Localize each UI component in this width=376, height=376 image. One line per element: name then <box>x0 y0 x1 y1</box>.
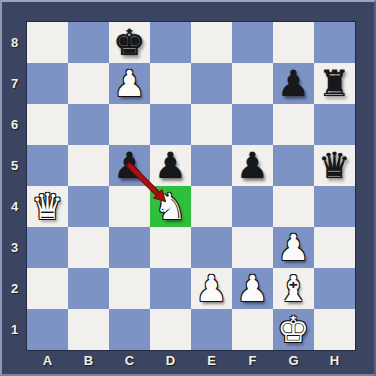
square-c8[interactable]: ♚ <box>109 22 150 63</box>
chess-board-frame: 87654321 ABCDEFGH ♚♟♟♜♟♟♟♛♛♞♟♟♟♝♚ <box>0 0 376 376</box>
square-e2[interactable]: ♟ <box>191 268 232 309</box>
rank-label-3: 3 <box>2 227 27 268</box>
piece-white-pawn[interactable]: ♟ <box>277 227 309 268</box>
square-h5[interactable]: ♛ <box>314 145 355 186</box>
square-h8[interactable] <box>314 22 355 63</box>
square-f2[interactable]: ♟ <box>232 268 273 309</box>
square-b1[interactable] <box>68 309 109 350</box>
file-label-a: A <box>27 350 68 374</box>
square-b8[interactable] <box>68 22 109 63</box>
rank-label-6: 6 <box>2 104 27 145</box>
square-b2[interactable] <box>68 268 109 309</box>
square-c7[interactable]: ♟ <box>109 63 150 104</box>
square-b4[interactable] <box>68 186 109 227</box>
square-g6[interactable] <box>273 104 314 145</box>
square-h3[interactable] <box>314 227 355 268</box>
file-label-e: E <box>191 350 232 374</box>
square-c1[interactable] <box>109 309 150 350</box>
square-d6[interactable] <box>150 104 191 145</box>
piece-black-pawn[interactable]: ♟ <box>277 63 309 104</box>
rank-labels: 87654321 <box>2 22 27 350</box>
rank-label-5: 5 <box>2 145 27 186</box>
square-g7[interactable]: ♟ <box>273 63 314 104</box>
square-d4[interactable]: ♞ <box>150 186 191 227</box>
square-h4[interactable] <box>314 186 355 227</box>
square-h1[interactable] <box>314 309 355 350</box>
square-h7[interactable]: ♜ <box>314 63 355 104</box>
square-a6[interactable] <box>27 104 68 145</box>
square-a8[interactable] <box>27 22 68 63</box>
file-label-c: C <box>109 350 150 374</box>
piece-black-king[interactable]: ♚ <box>113 22 145 63</box>
square-f7[interactable] <box>232 63 273 104</box>
piece-white-queen[interactable]: ♛ <box>31 186 63 227</box>
square-g8[interactable] <box>273 22 314 63</box>
square-d7[interactable] <box>150 63 191 104</box>
rank-label-4: 4 <box>2 186 27 227</box>
square-c2[interactable] <box>109 268 150 309</box>
piece-black-pawn[interactable]: ♟ <box>113 145 145 186</box>
square-d1[interactable] <box>150 309 191 350</box>
piece-white-king[interactable]: ♚ <box>277 309 309 350</box>
file-label-b: B <box>68 350 109 374</box>
square-g5[interactable] <box>273 145 314 186</box>
file-label-f: F <box>232 350 273 374</box>
piece-white-bishop[interactable]: ♝ <box>277 268 309 309</box>
rank-label-8: 8 <box>2 22 27 63</box>
board: ♚♟♟♜♟♟♟♛♛♞♟♟♟♝♚ <box>27 22 355 350</box>
square-e8[interactable] <box>191 22 232 63</box>
square-e7[interactable] <box>191 63 232 104</box>
rank-label-2: 2 <box>2 268 27 309</box>
square-c6[interactable] <box>109 104 150 145</box>
square-d2[interactable] <box>150 268 191 309</box>
square-f1[interactable] <box>232 309 273 350</box>
piece-white-pawn[interactable]: ♟ <box>195 268 227 309</box>
square-e5[interactable] <box>191 145 232 186</box>
square-b5[interactable] <box>68 145 109 186</box>
square-c5[interactable]: ♟ <box>109 145 150 186</box>
piece-white-knight[interactable]: ♞ <box>154 186 186 227</box>
square-g2[interactable]: ♝ <box>273 268 314 309</box>
square-a2[interactable] <box>27 268 68 309</box>
square-h6[interactable] <box>314 104 355 145</box>
file-label-h: H <box>314 350 355 374</box>
square-a7[interactable] <box>27 63 68 104</box>
square-b3[interactable] <box>68 227 109 268</box>
square-c4[interactable] <box>109 186 150 227</box>
square-e3[interactable] <box>191 227 232 268</box>
file-label-d: D <box>150 350 191 374</box>
square-d3[interactable] <box>150 227 191 268</box>
square-g3[interactable]: ♟ <box>273 227 314 268</box>
square-f4[interactable] <box>232 186 273 227</box>
square-f6[interactable] <box>232 104 273 145</box>
piece-black-pawn[interactable]: ♟ <box>154 145 186 186</box>
square-g1[interactable]: ♚ <box>273 309 314 350</box>
square-a5[interactable] <box>27 145 68 186</box>
file-label-g: G <box>273 350 314 374</box>
square-d8[interactable] <box>150 22 191 63</box>
square-h2[interactable] <box>314 268 355 309</box>
piece-black-rook[interactable]: ♜ <box>318 63 350 104</box>
square-c3[interactable] <box>109 227 150 268</box>
square-g4[interactable] <box>273 186 314 227</box>
square-f3[interactable] <box>232 227 273 268</box>
piece-black-pawn[interactable]: ♟ <box>236 145 268 186</box>
square-e4[interactable] <box>191 186 232 227</box>
square-f8[interactable] <box>232 22 273 63</box>
square-f5[interactable]: ♟ <box>232 145 273 186</box>
file-labels: ABCDEFGH <box>27 350 355 374</box>
piece-white-pawn[interactable]: ♟ <box>236 268 268 309</box>
piece-black-queen[interactable]: ♛ <box>318 145 350 186</box>
square-a1[interactable] <box>27 309 68 350</box>
square-e6[interactable] <box>191 104 232 145</box>
square-b6[interactable] <box>68 104 109 145</box>
square-a3[interactable] <box>27 227 68 268</box>
square-e1[interactable] <box>191 309 232 350</box>
square-a4[interactable]: ♛ <box>27 186 68 227</box>
piece-white-pawn[interactable]: ♟ <box>113 63 145 104</box>
rank-label-7: 7 <box>2 63 27 104</box>
rank-label-1: 1 <box>2 309 27 350</box>
square-b7[interactable] <box>68 63 109 104</box>
square-d5[interactable]: ♟ <box>150 145 191 186</box>
